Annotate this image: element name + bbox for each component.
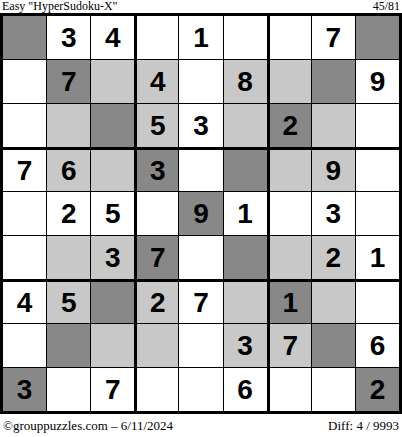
cell-r4c4-given: 3 bbox=[135, 148, 178, 191]
cell-r1c6-empty[interactable] bbox=[224, 16, 267, 59]
puzzle-title: Easy "HyperSudoku-X" bbox=[2, 0, 117, 13]
cell-r1c5-given: 1 bbox=[179, 16, 222, 59]
cell-r7c9-empty[interactable] bbox=[356, 280, 399, 323]
cell-r8c8-empty[interactable] bbox=[312, 324, 355, 367]
cell-r1c2-given: 3 bbox=[47, 16, 90, 59]
cell-r3c6-empty[interactable] bbox=[224, 104, 267, 147]
cell-r4c8-given: 9 bbox=[312, 148, 355, 191]
cell-r3c9-empty[interactable] bbox=[356, 104, 399, 147]
cell-r3c8-empty[interactable] bbox=[312, 104, 355, 147]
cell-r4c9-empty[interactable] bbox=[356, 148, 399, 191]
cell-r4c6-empty[interactable] bbox=[224, 148, 267, 191]
cell-r1c1-empty[interactable] bbox=[3, 16, 46, 59]
cell-r5c4-empty[interactable] bbox=[135, 192, 178, 235]
cell-r6c2-empty[interactable] bbox=[47, 236, 90, 279]
cell-r2c7-empty[interactable] bbox=[268, 60, 311, 103]
cell-r4c1-given: 7 bbox=[3, 148, 46, 191]
cell-r6c7-empty[interactable] bbox=[268, 236, 311, 279]
cell-r1c8-given: 7 bbox=[312, 16, 355, 59]
cell-r2c1-empty[interactable] bbox=[3, 60, 46, 103]
cell-r6c8-given: 2 bbox=[312, 236, 355, 279]
cell-r5c7-empty[interactable] bbox=[268, 192, 311, 235]
cell-r5c8-given: 3 bbox=[312, 192, 355, 235]
cell-r5c2-given: 2 bbox=[47, 192, 90, 235]
cell-r5c5-given: 9 bbox=[179, 192, 222, 235]
cell-r8c4-empty[interactable] bbox=[135, 324, 178, 367]
cell-r3c1-empty[interactable] bbox=[3, 104, 46, 147]
difficulty-text: Diff: 4 / 9993 bbox=[328, 418, 399, 434]
cell-r7c4-given: 2 bbox=[135, 280, 178, 323]
cell-r6c4-given: 7 bbox=[135, 236, 178, 279]
cell-r6c5-empty[interactable] bbox=[179, 236, 222, 279]
cell-r7c3-empty[interactable] bbox=[91, 280, 134, 323]
cell-r2c8-empty[interactable] bbox=[312, 60, 355, 103]
cell-r8c1-empty[interactable] bbox=[3, 324, 46, 367]
cell-r3c5-given: 3 bbox=[179, 104, 222, 147]
cell-r9c1-given: 3 bbox=[3, 368, 46, 411]
copyright-text: ©grouppuzzles.com – 6/11/2024 bbox=[3, 418, 173, 434]
cell-r2c6-given: 8 bbox=[224, 60, 267, 103]
cell-r2c4-given: 4 bbox=[135, 60, 178, 103]
cell-r3c2-empty[interactable] bbox=[47, 104, 90, 147]
cell-r1c4-empty[interactable] bbox=[135, 16, 178, 59]
cell-r3c4-given: 5 bbox=[135, 104, 178, 147]
cell-r5c3-given: 5 bbox=[91, 192, 134, 235]
cell-r3c3-empty[interactable] bbox=[91, 104, 134, 147]
cell-r8c5-empty[interactable] bbox=[179, 324, 222, 367]
cell-r2c5-empty[interactable] bbox=[179, 60, 222, 103]
cell-r2c3-empty[interactable] bbox=[91, 60, 134, 103]
remaining-counter: 45/81 bbox=[373, 0, 400, 13]
cell-r1c9-empty[interactable] bbox=[356, 16, 399, 59]
cell-r9c7-empty[interactable] bbox=[268, 368, 311, 411]
cell-r8c2-empty[interactable] bbox=[47, 324, 90, 367]
cell-r6c3-given: 3 bbox=[91, 236, 134, 279]
cell-r1c7-empty[interactable] bbox=[268, 16, 311, 59]
cell-r8c3-empty[interactable] bbox=[91, 324, 134, 367]
footer-bar: ©grouppuzzles.com – 6/11/2024 Diff: 4 / … bbox=[0, 414, 402, 437]
cell-r9c3-given: 7 bbox=[91, 368, 134, 411]
header-bar: Easy "HyperSudoku-X" 45/81 bbox=[0, 0, 402, 13]
cell-r8c6-given: 3 bbox=[224, 324, 267, 367]
cell-r7c2-given: 5 bbox=[47, 280, 90, 323]
cell-r9c9-given: 2 bbox=[356, 368, 399, 411]
cell-r4c3-empty[interactable] bbox=[91, 148, 134, 191]
cell-r9c8-empty[interactable] bbox=[312, 368, 355, 411]
cell-r9c4-empty[interactable] bbox=[135, 368, 178, 411]
cell-r8c9-given: 6 bbox=[356, 324, 399, 367]
cell-r9c6-given: 6 bbox=[224, 368, 267, 411]
cell-r7c6-empty[interactable] bbox=[224, 280, 267, 323]
cell-r4c2-given: 6 bbox=[47, 148, 90, 191]
cell-r7c5-given: 7 bbox=[179, 280, 222, 323]
cell-r2c2-given: 7 bbox=[47, 60, 90, 103]
cell-r6c9-given: 1 bbox=[356, 236, 399, 279]
cell-r5c9-empty[interactable] bbox=[356, 192, 399, 235]
cell-r7c8-empty[interactable] bbox=[312, 280, 355, 323]
cell-r7c7-given: 1 bbox=[268, 280, 311, 323]
cell-r5c6-given: 1 bbox=[224, 192, 267, 235]
cell-r2c9-given: 9 bbox=[356, 60, 399, 103]
cell-r1c3-given: 4 bbox=[91, 16, 134, 59]
cell-r6c6-empty[interactable] bbox=[224, 236, 267, 279]
cell-r7c1-given: 4 bbox=[3, 280, 46, 323]
cell-r3c7-given: 2 bbox=[268, 104, 311, 147]
cell-r9c2-empty[interactable] bbox=[47, 368, 90, 411]
sudoku-board: 341774895327639259133721452713763762 bbox=[0, 13, 402, 414]
cell-r4c5-empty[interactable] bbox=[179, 148, 222, 191]
cell-r8c7-given: 7 bbox=[268, 324, 311, 367]
cell-r5c1-empty[interactable] bbox=[3, 192, 46, 235]
cell-r9c5-empty[interactable] bbox=[179, 368, 222, 411]
cell-r4c7-empty[interactable] bbox=[268, 148, 311, 191]
cell-r6c1-empty[interactable] bbox=[3, 236, 46, 279]
